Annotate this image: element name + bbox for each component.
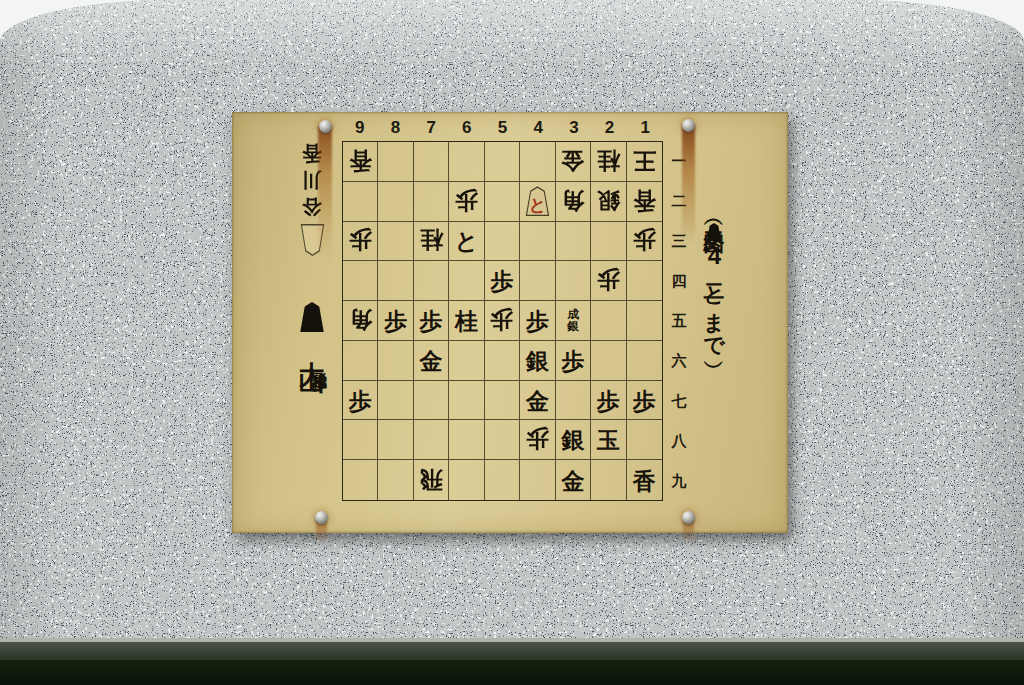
square-3二: 角: [556, 182, 591, 222]
square-3八: 銀: [556, 420, 591, 460]
rank-label-七: 七: [668, 381, 690, 421]
square-3五: 成銀: [556, 301, 591, 341]
square-9六: [343, 341, 378, 381]
piece-2一: 桂: [597, 150, 620, 173]
square-1一: 王: [627, 142, 662, 182]
square-1七: 歩: [627, 381, 662, 421]
piece-7五: 歩: [420, 309, 443, 332]
file-label-9: 9: [342, 118, 378, 138]
square-7八: [414, 420, 449, 460]
piece-3六: 歩: [561, 349, 584, 372]
rank-label-二: 二: [668, 181, 690, 221]
square-2九: [591, 460, 626, 500]
screw-bottom-left-icon: [315, 511, 328, 524]
square-2二: 銀: [591, 182, 626, 222]
piece-1七: 歩: [633, 389, 656, 412]
piece-4六: 銀: [526, 349, 549, 372]
caption-title: 終了図: [702, 214, 727, 220]
square-3七: [556, 381, 591, 421]
square-2七: 歩: [591, 381, 626, 421]
square-8六: [378, 341, 413, 381]
square-2六: [591, 341, 626, 381]
square-9四: [343, 261, 378, 301]
square-7五: 歩: [414, 301, 449, 341]
rank-label-四: 四: [668, 261, 690, 301]
piece-1二: 香: [633, 190, 656, 213]
square-6三: と: [449, 222, 484, 262]
square-4七: 金: [520, 381, 555, 421]
square-7四: [414, 261, 449, 301]
piece-7九: 飛: [420, 469, 443, 492]
piece-1三: 歩: [633, 229, 656, 252]
screw-top-left-icon: [319, 120, 332, 133]
square-4二: と: [520, 182, 555, 222]
square-2四: 歩: [591, 261, 626, 301]
square-9九: [343, 460, 378, 500]
piece-3二: 角: [561, 190, 584, 213]
square-8三: [378, 222, 413, 262]
piece-9一: 香: [349, 150, 372, 173]
rank-labels: 一二三四五六七八九: [668, 141, 690, 501]
base-band: [0, 642, 1024, 660]
square-4一: [520, 142, 555, 182]
gote-hand-piece: 香: [302, 143, 322, 163]
piece-1九: 香: [633, 469, 656, 492]
square-8四: [378, 261, 413, 301]
square-1九: 香: [627, 460, 662, 500]
square-8九: [378, 460, 413, 500]
square-1三: 歩: [627, 222, 662, 262]
piece-7六: 金: [420, 349, 443, 372]
square-2一: 桂: [591, 142, 626, 182]
piece-3八: 銀: [561, 428, 584, 451]
square-4六: 銀: [520, 341, 555, 381]
piece-3一: 金: [561, 150, 584, 173]
rank-label-一: 一: [668, 141, 690, 181]
square-5三: [485, 222, 520, 262]
square-5四: 歩: [485, 261, 520, 301]
piece-2七: 歩: [597, 389, 620, 412]
monument-photo: 987654321 一二三四五六七八九 香金桂王歩と角銀香歩桂と歩歩歩角歩歩桂歩…: [0, 0, 1024, 685]
piece-2二: 銀: [597, 190, 620, 213]
square-3六: 歩: [556, 341, 591, 381]
square-1五: [627, 301, 662, 341]
square-6七: [449, 381, 484, 421]
square-3九: 金: [556, 460, 591, 500]
square-5八: [485, 420, 520, 460]
square-8七: [378, 381, 413, 421]
piece-4五: 歩: [526, 309, 549, 332]
square-8八: [378, 420, 413, 460]
piece-8五: 歩: [384, 309, 407, 332]
gote-name-char-2: 川: [302, 170, 322, 190]
piece-2八: 玉: [597, 428, 620, 451]
caption-move-suffix: 二とまで: [702, 269, 727, 349]
piece-6二: 歩: [455, 190, 478, 213]
rank-label-三: 三: [668, 221, 690, 261]
piece-3五: 成銀: [567, 308, 579, 333]
square-6五: 桂: [449, 301, 484, 341]
square-8一: [378, 142, 413, 182]
file-label-2: 2: [592, 118, 628, 138]
square-2三: [591, 222, 626, 262]
piece-3九: 金: [561, 469, 584, 492]
square-5二: [485, 182, 520, 222]
piece-4七: 金: [526, 389, 549, 412]
piece-9三: 歩: [349, 229, 372, 252]
screw-bottom-right-icon: [682, 511, 695, 524]
square-4九: [520, 460, 555, 500]
file-label-6: 6: [449, 118, 485, 138]
square-4三: [520, 222, 555, 262]
square-9二: [343, 182, 378, 222]
square-6一: [449, 142, 484, 182]
square-7一: [414, 142, 449, 182]
sente-hand-pieces: 飛桂歩二: [312, 360, 327, 368]
square-7七: [414, 381, 449, 421]
square-4四: [520, 261, 555, 301]
piece-2四: 歩: [597, 269, 620, 292]
square-4八: 歩: [520, 420, 555, 460]
square-1四: [627, 261, 662, 301]
square-8二: [378, 182, 413, 222]
file-label-4: 4: [520, 118, 556, 138]
piece-1一: 王: [633, 150, 656, 173]
caption-close-paren: ）: [702, 349, 727, 351]
sente-name: 大山: [299, 341, 325, 351]
caption-sente-icon: [707, 223, 722, 241]
shogi-plaque: 987654321 一二三四五六七八九 香金桂王歩と角銀香歩桂と歩歩歩角歩歩桂歩…: [232, 112, 788, 533]
base-shadow-band: [0, 660, 1024, 685]
square-5九: [485, 460, 520, 500]
square-1二: 香: [627, 182, 662, 222]
sente-piece-icon: [300, 302, 325, 332]
file-labels: 987654321: [342, 118, 663, 138]
gote-player-label: 香 川 谷: [292, 143, 332, 256]
square-9五: 角: [343, 301, 378, 341]
square-1六: [627, 341, 662, 381]
square-2八: 玉: [591, 420, 626, 460]
file-label-5: 5: [485, 118, 521, 138]
square-5五: 歩: [485, 301, 520, 341]
file-label-7: 7: [413, 118, 449, 138]
square-4五: 歩: [520, 301, 555, 341]
square-7六: 金: [414, 341, 449, 381]
square-9三: 歩: [343, 222, 378, 262]
square-9七: 歩: [343, 381, 378, 421]
rank-label-五: 五: [668, 301, 690, 341]
square-6六: [449, 341, 484, 381]
square-7三: 桂: [414, 222, 449, 262]
screw-top-right-icon: [682, 119, 695, 132]
square-1八: [627, 420, 662, 460]
rank-label-九: 九: [668, 461, 690, 501]
gote-piece-icon: [300, 224, 325, 256]
square-6八: [449, 420, 484, 460]
square-5一: [485, 142, 520, 182]
square-7九: 飛: [414, 460, 449, 500]
square-5六: [485, 341, 520, 381]
rank-label-六: 六: [668, 341, 690, 381]
sente-player-label: 大山 飛桂歩二: [292, 302, 332, 368]
square-2五: [591, 301, 626, 341]
final-move-caption: （終了図4二とまで）: [700, 212, 728, 502]
square-3三: [556, 222, 591, 262]
file-label-1: 1: [627, 118, 663, 138]
piece-7三: 桂: [420, 229, 443, 252]
caption-move-number: 4: [701, 242, 728, 269]
piece-5五: 歩: [490, 309, 513, 332]
piece-6三: と: [455, 229, 479, 252]
rank-label-八: 八: [668, 421, 690, 461]
square-6四: [449, 261, 484, 301]
square-3一: 金: [556, 142, 591, 182]
square-6二: 歩: [449, 182, 484, 222]
piece-5四: 歩: [490, 269, 513, 292]
piece-4八: 歩: [526, 428, 549, 451]
square-9八: [343, 420, 378, 460]
piece-9五: 角: [349, 309, 372, 332]
piece-6五: 桂: [455, 309, 478, 332]
square-3四: [556, 261, 591, 301]
square-9一: 香: [343, 142, 378, 182]
square-5七: [485, 381, 520, 421]
shogi-board: 香金桂王歩と角銀香歩桂と歩歩歩角歩歩桂歩歩成銀金銀歩歩金歩歩歩銀玉飛金香: [342, 141, 663, 501]
square-6九: [449, 460, 484, 500]
square-8五: 歩: [378, 301, 413, 341]
file-label-8: 8: [378, 118, 414, 138]
file-label-3: 3: [556, 118, 592, 138]
gote-name-char-1: 谷: [302, 197, 322, 217]
square-7二: [414, 182, 449, 222]
piece-9七: 歩: [349, 389, 372, 412]
highlighted-piece-4二: と: [525, 186, 550, 216]
